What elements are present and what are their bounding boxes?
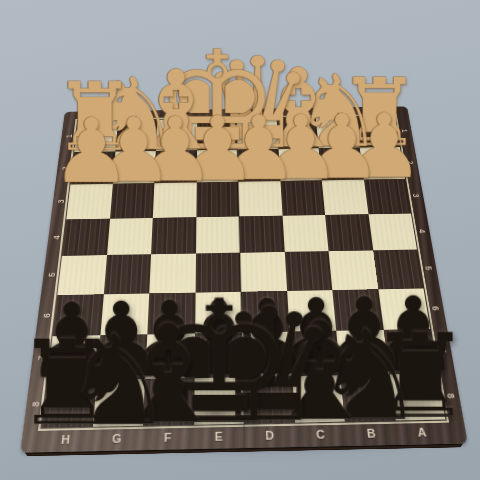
square-h2: ♟ xyxy=(70,151,115,184)
square-a3 xyxy=(363,179,410,214)
square-f3 xyxy=(153,182,197,217)
file-label-bottom-f: F xyxy=(142,425,194,451)
rank-number: 4 xyxy=(416,229,426,233)
file-label-bottom-h: H xyxy=(39,427,93,453)
rank-number: 4 xyxy=(51,235,61,239)
rank-number: 3 xyxy=(410,194,420,198)
square-d3 xyxy=(238,181,282,216)
white-pawn: ♟ xyxy=(52,107,132,182)
board-frame: 1♜♞♝♚♛♝♞♜12♟♟♟♟♟♟♟♟2334455667♟♟♟♟♟♟♟♟78♜… xyxy=(20,106,468,452)
square-b4 xyxy=(325,214,373,251)
square-h4 xyxy=(62,218,110,255)
photo-background: 1♜♞♝♚♛♝♞♜12♟♟♟♟♟♟♟♟2334455667♟♟♟♟♟♟♟♟78♜… xyxy=(0,0,480,480)
file-label-bottom-a: A xyxy=(395,420,449,445)
file-label-bottom-b: B xyxy=(345,421,398,446)
rank-number: 5 xyxy=(46,273,57,277)
chess-board: 1♜♞♝♚♛♝♞♜12♟♟♟♟♟♟♟♟2334455667♟♟♟♟♟♟♟♟78♜… xyxy=(20,106,468,452)
square-f4 xyxy=(151,217,196,254)
file-label-bottom-c: C xyxy=(295,422,348,447)
scene: 1♜♞♝♚♛♝♞♜12♟♟♟♟♟♟♟♟2334455667♟♟♟♟♟♟♟♟78♜… xyxy=(0,0,480,480)
square-a4 xyxy=(368,213,417,250)
square-d4 xyxy=(239,215,284,252)
square-e3 xyxy=(196,182,239,217)
file-label-bottom-e: E xyxy=(193,424,244,450)
rank-number: 3 xyxy=(56,200,66,204)
square-g4 xyxy=(107,218,153,255)
square-b3 xyxy=(322,180,368,215)
square-g3 xyxy=(110,183,155,218)
file-label-bottom-d: D xyxy=(244,423,296,448)
square-c3 xyxy=(280,180,325,215)
black-rook: ♜ xyxy=(15,326,120,424)
rank-number: 5 xyxy=(423,266,434,270)
square-e4 xyxy=(196,216,240,253)
square-c4 xyxy=(282,215,328,252)
square-h8: ♜ xyxy=(42,379,97,427)
file-label-bottom-g: G xyxy=(90,426,143,452)
square-h3 xyxy=(66,184,112,219)
